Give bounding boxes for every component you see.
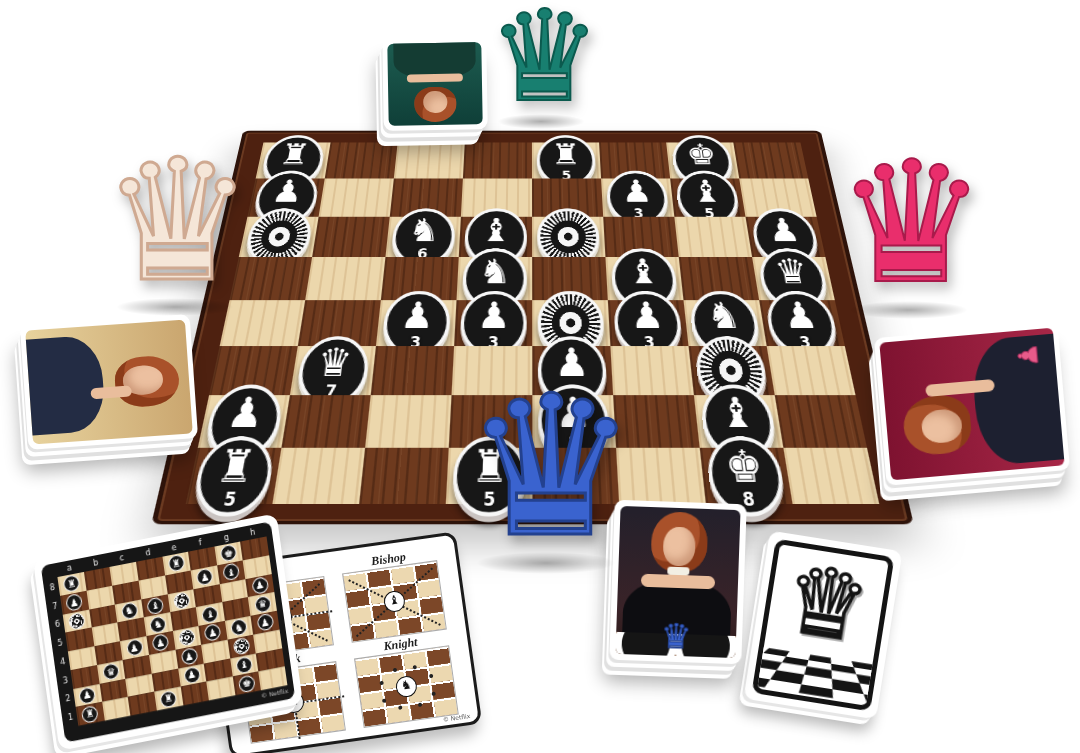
knight-icon: ♞: [395, 675, 419, 699]
pink-pawn-on-card: ♟: [1014, 343, 1042, 368]
board-square-f7[interactable]: ♟3: [601, 178, 674, 216]
board-square-a1[interactable]: ♜5: [186, 448, 282, 504]
token-pawn-f7: ♟3: [196, 568, 214, 587]
token-pawn-f4: ♟3: [204, 623, 222, 642]
pawn-icon: ♟: [208, 627, 218, 640]
token-value: 5: [222, 490, 237, 508]
board-square-b3[interactable]: ♛7: [290, 346, 376, 395]
board-square-d8[interactable]: [463, 142, 532, 178]
board-square-g1[interactable]: ♚8: [700, 448, 793, 504]
knight-icon: ♞: [478, 251, 511, 289]
pawn-icon: ♟: [82, 689, 92, 702]
rook-icon: ♜: [277, 138, 313, 170]
token-king-g8: ♚8: [220, 544, 238, 563]
queen-line-drawing: ♛: [778, 552, 874, 656]
queen-art-frame: ♛: [752, 539, 895, 712]
rook-icon: ♜: [67, 578, 77, 591]
board-square-b1[interactable]: [272, 448, 365, 504]
pawn-icon: ♟: [184, 650, 194, 663]
token-rook-a1: ♜5: [81, 705, 99, 724]
bishop-icon: ♝: [689, 173, 724, 207]
pawn-icon: ♟: [224, 388, 268, 435]
token-rook-a8: ♜5: [63, 574, 81, 593]
board-square-c2[interactable]: [365, 395, 451, 447]
board-square-f4[interactable]: ♟3: [608, 300, 689, 346]
pawn-icon: ♟: [629, 294, 666, 335]
table-scene: ♜5♜5♚8♟3♟3♝5♞6♝5♟3♞6♝5♛7♟3♟3♟3♞6♟3♛7♟3♟3…: [0, 0, 1080, 753]
board-square-b2[interactable]: [281, 395, 370, 447]
token-bishop-d6: ♝5: [146, 596, 164, 615]
token-starburst-g3: [233, 637, 251, 656]
beth-card-art-top: [387, 42, 482, 126]
knight-icon: ♞: [124, 605, 134, 618]
token-pawn-e2: ♟3: [183, 666, 201, 685]
pawn-icon: ♟: [477, 294, 511, 335]
queen-icon: ♛: [106, 665, 116, 678]
pawn-icon: ♟: [255, 579, 265, 592]
bishop-icon: ♝: [239, 659, 249, 672]
bishop-icon: ♝: [626, 251, 661, 289]
pawn-icon: ♟: [200, 571, 210, 584]
board-square-c6[interactable]: ♞6: [385, 217, 460, 258]
board-square-h2[interactable]: [775, 395, 867, 447]
token-rook-d1: ♜5: [160, 689, 178, 708]
token-pawn-e3: ♟3: [180, 647, 198, 666]
board-square-c3[interactable]: [371, 346, 454, 395]
board-square-g6[interactable]: [674, 217, 752, 258]
pawn-icon: ♟: [620, 173, 653, 207]
king-icon: ♚: [223, 547, 233, 560]
board-square-e8[interactable]: ♜5: [532, 142, 601, 178]
ivory-queen-piece[interactable]: ♛: [102, 146, 253, 297]
rook-icon: ♜: [85, 708, 95, 721]
token-pawn-d4: ♟3: [152, 634, 170, 653]
board-square-e6[interactable]: [532, 217, 605, 258]
movement-board: ♝: [342, 560, 447, 643]
board-square-b7[interactable]: [319, 178, 394, 216]
token-pawn-a7: ♟3: [65, 593, 83, 612]
beth-card-art-right: ♟: [879, 328, 1064, 481]
pawn-icon: ♟: [765, 211, 803, 247]
board-square-b6[interactable]: [312, 217, 390, 258]
token-starburst-a6: [68, 612, 86, 631]
token-bishop-f5: ♝5: [201, 605, 219, 624]
token-rook-e8: ♜5: [167, 554, 185, 573]
rook-icon: ♜: [551, 138, 581, 170]
pink-queen-piece[interactable]: ♛: [836, 148, 987, 299]
pawn-icon: ♟: [187, 669, 197, 682]
board-square-g7[interactable]: ♝5: [670, 178, 745, 216]
token-starburst-e6: [173, 591, 191, 610]
queen-icon: ♛: [257, 598, 267, 611]
bishop-icon: ♝: [150, 599, 160, 612]
rook-icon: ♜: [213, 440, 259, 490]
board-square-h3[interactable]: [767, 346, 856, 395]
token-starburst-e4: [178, 628, 196, 647]
token-knight-g4: ♞6: [230, 618, 248, 637]
token-queen-h5: ♛7: [254, 595, 272, 614]
token-king-g1: ♚8: [238, 674, 256, 693]
card-deck-right[interactable]: ♟: [874, 322, 1070, 485]
board-square-h4[interactable]: ♟3: [759, 300, 845, 346]
board-square-h8[interactable]: [733, 142, 808, 178]
board-square-b8[interactable]: [325, 142, 398, 178]
beth-card-art-left: [25, 320, 193, 445]
token-knight-d5: ♞6: [149, 615, 167, 634]
card-deck-top[interactable]: [382, 37, 488, 131]
pawn-icon: ♟: [155, 637, 165, 650]
board-square-c1[interactable]: [359, 448, 449, 504]
pawn-icon: ♟: [69, 596, 79, 609]
setup-card-panel: abcdefgh 87654321 ♜5♜5♚8♟3♟3♝5♞6♝5♟3♞6♝5…: [41, 521, 296, 742]
blue-queen-on-card: ♛: [660, 618, 692, 653]
token-knight-c6: ♞6: [120, 601, 138, 620]
bishop-icon: ♝: [226, 566, 236, 579]
knight-icon: ♞: [704, 294, 743, 335]
teal-queen-piece[interactable]: ♛: [488, 0, 601, 113]
knight-icon: ♞: [407, 211, 441, 247]
bishop-icon: ♝: [205, 608, 215, 621]
queen-icon: ♛: [314, 340, 354, 384]
token-pawn-h4: ♟3: [256, 613, 274, 632]
token-rook-a1[interactable]: ♜5: [189, 436, 277, 516]
board-square-d4[interactable]: ♟3: [454, 300, 532, 346]
token-pawn-c4: ♟3: [126, 639, 144, 658]
board-square-h1[interactable]: [783, 448, 879, 504]
knight-icon: ♞: [153, 618, 163, 631]
token-queen-b3: ♛7: [102, 662, 120, 681]
pawn-icon: ♟: [129, 642, 139, 655]
king-icon: ♚: [685, 138, 719, 170]
board-square-b5[interactable]: [305, 257, 385, 300]
bishop-icon: ♝: [480, 211, 512, 247]
movement-quad-bishop: Bishop ♝: [331, 544, 456, 645]
queen-art-card[interactable]: ♛: [744, 531, 903, 720]
knight-icon: ♞: [234, 621, 244, 634]
board-square-c4[interactable]: ♟3: [376, 300, 457, 346]
blue-queen-piece[interactable]: ♛: [464, 380, 638, 555]
pawn-icon: ♟: [779, 294, 820, 335]
card-deck-left[interactable]: [20, 314, 198, 450]
bishop-icon: ♝: [716, 388, 758, 435]
rook-icon: ♜: [163, 692, 173, 705]
pawn-icon: ♟: [399, 294, 436, 335]
queen-icon: ♛: [772, 251, 812, 289]
king-icon: ♚: [722, 440, 766, 490]
token-bishop-g7: ♝5: [222, 562, 240, 581]
pawn-icon: ♟: [260, 616, 270, 629]
pawn-icon: ♟: [269, 173, 306, 207]
board-square-c8[interactable]: [394, 142, 465, 178]
rook-icon: ♜: [171, 557, 181, 570]
token-pawn-h6: ♟3: [251, 576, 269, 595]
king-icon: ♚: [242, 677, 252, 690]
token-pawn-a2: ♟3: [79, 686, 97, 705]
token-bishop-g2: ♝5: [235, 655, 253, 674]
